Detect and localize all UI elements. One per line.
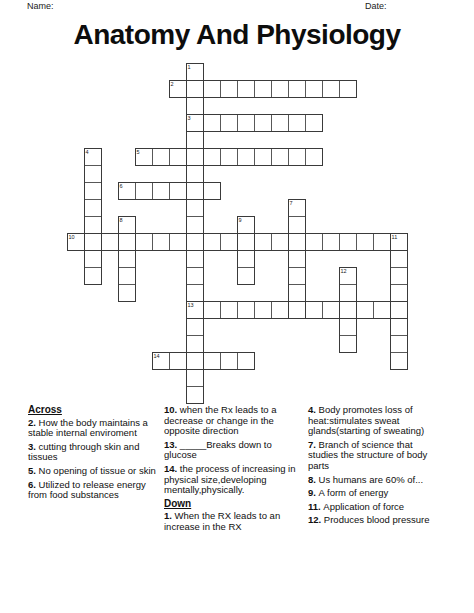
cell-number-11: 11 [392, 234, 398, 240]
grid-cell-r1c8[interactable] [203, 80, 221, 98]
grid-cell-r1c16[interactable] [339, 80, 357, 98]
grid-cell-r17c8[interactable] [203, 352, 221, 370]
grid-cell-r9c13[interactable] [288, 216, 306, 234]
worksheet-page: Name: Date: Anatomy And Physiology 12345… [0, 0, 474, 613]
cell-number-2: 2 [171, 81, 174, 87]
grid-cell-r6c7[interactable] [186, 165, 204, 183]
grid-cell-r14c13[interactable] [288, 301, 306, 319]
grid-cell-r11c1[interactable] [84, 250, 102, 268]
grid-cell-r6c1[interactable] [84, 165, 102, 183]
clue-down-11: 11. Application of force [308, 502, 438, 513]
grid-cell-r9c7[interactable] [186, 216, 204, 234]
grid-cell-r2c7[interactable] [186, 97, 204, 115]
grid-cell-r14c10[interactable] [237, 301, 255, 319]
grid-cell-r10c4[interactable] [135, 233, 153, 251]
grid-cell-r13c19[interactable] [390, 284, 408, 302]
grid-cell-r15c16[interactable] [339, 318, 357, 336]
across-header: Across [28, 405, 158, 416]
grid-cell-r3c11[interactable] [254, 114, 272, 132]
grid-cell-r10c15[interactable] [322, 233, 340, 251]
clue-across-2: 2. How the body maintains a stable inter… [28, 418, 158, 439]
grid-cell-r8c1[interactable] [84, 199, 102, 217]
grid-cell-r16c7[interactable] [186, 335, 204, 353]
grid-cell-r10c17[interactable] [356, 233, 374, 251]
cell-number-1: 1 [188, 64, 191, 70]
grid-cell-r11c7[interactable] [186, 250, 204, 268]
grid-cell-r13c3[interactable] [118, 284, 136, 302]
grid-cell-r10c9[interactable] [220, 233, 238, 251]
grid-cell-r1c7[interactable] [186, 80, 204, 98]
grid-cell-r8c7[interactable] [186, 199, 204, 217]
clue-across-14: 14. the process of increasing in physica… [164, 464, 301, 496]
grid-cell-r13c7[interactable] [186, 284, 204, 302]
grid-cell-r17c6[interactable] [169, 352, 187, 370]
grid-cell-r10c2[interactable] [101, 233, 119, 251]
grid-cell-r12c3[interactable] [118, 267, 136, 285]
grid-cell-r1c10[interactable] [237, 80, 255, 98]
clue-down-12: 12. Produces blood pressure [308, 515, 438, 526]
grid-cell-r15c19[interactable] [390, 318, 408, 336]
grid-cell-r11c19[interactable] [390, 250, 408, 268]
grid-cell-r5c13[interactable] [288, 148, 306, 166]
grid-cell-r4c7[interactable] [186, 131, 204, 149]
clue-across-13: 13. _____Breaks down to glucose [164, 440, 301, 461]
cell-number-10: 10 [69, 234, 75, 240]
grid-cell-r13c13[interactable] [288, 284, 306, 302]
grid-cell-r12c10[interactable] [237, 267, 255, 285]
grid-cell-r7c4[interactable] [135, 182, 153, 200]
grid-cell-r14c18[interactable] [373, 301, 391, 319]
grid-cell-r14c12[interactable] [271, 301, 289, 319]
clue-down-1: 1. When the RX leads to an increase in t… [164, 511, 301, 532]
clue-column-3: 4. Body promotes loss of heat:stimulates… [308, 405, 438, 529]
cell-number-5: 5 [137, 149, 140, 155]
grid-cell-r1c15[interactable] [322, 80, 340, 98]
cell-number-8: 8 [120, 217, 123, 223]
grid-cell-r17c10[interactable] [237, 352, 255, 370]
grid-cell-r14c14[interactable] [305, 301, 323, 319]
grid-cell-r5c12[interactable] [271, 148, 289, 166]
grid-cell-r7c8[interactable] [203, 182, 221, 200]
grid-cell-r15c7[interactable] [186, 318, 204, 336]
clue-across-5: 5. No opening of tissue or skin [28, 466, 158, 477]
grid-cell-r3c14[interactable] [305, 114, 323, 132]
grid-cell-r12c1[interactable] [84, 267, 102, 285]
cell-number-14: 14 [154, 353, 160, 359]
grid-cell-r5c5[interactable] [152, 148, 170, 166]
grid-cell-r11c13[interactable] [288, 250, 306, 268]
name-label: Name: [27, 1, 54, 11]
grid-cell-r14c16[interactable] [339, 301, 357, 319]
grid-cell-r10c8[interactable] [203, 233, 221, 251]
grid-cell-r5c7[interactable] [186, 148, 204, 166]
grid-cell-r16c19[interactable] [390, 335, 408, 353]
grid-cell-r10c18[interactable] [373, 233, 391, 251]
grid-cell-r5c8[interactable] [203, 148, 221, 166]
grid-cell-r5c11[interactable] [254, 148, 272, 166]
grid-cell-r19c7[interactable] [186, 386, 204, 404]
grid-cell-r5c6[interactable] [169, 148, 187, 166]
grid-cell-r11c3[interactable] [118, 250, 136, 268]
clue-down-9: 9. A form of energy [308, 488, 438, 499]
cell-number-6: 6 [120, 183, 123, 189]
grid-cell-r1c9[interactable] [220, 80, 238, 98]
grid-cell-r17c7[interactable] [186, 352, 204, 370]
clue-across-10: 10. when the Rx leads to a decrease or c… [164, 405, 301, 437]
crossword-grid: 1234567891011121314 [67, 63, 409, 405]
grid-cell-r10c11[interactable] [254, 233, 272, 251]
cell-number-3: 3 [188, 115, 191, 121]
cell-number-13: 13 [188, 302, 194, 308]
grid-cell-r7c7[interactable] [186, 182, 204, 200]
grid-cell-r1c12[interactable] [271, 80, 289, 98]
clue-across-3: 3. cutting through skin and tissues [28, 442, 158, 463]
clue-down-8: 8. Us humans are 60% of... [308, 475, 438, 486]
grid-cell-r3c13[interactable] [288, 114, 306, 132]
grid-cell-r11c10[interactable] [237, 250, 255, 268]
down-header: Down [164, 499, 301, 510]
grid-cell-r14c15[interactable] [322, 301, 340, 319]
date-label: Date: [365, 1, 387, 11]
grid-cell-r10c13[interactable] [288, 233, 306, 251]
grid-cell-r17c9[interactable] [220, 352, 238, 370]
grid-cell-r14c9[interactable] [220, 301, 238, 319]
grid-cell-r17c19[interactable] [390, 352, 408, 370]
grid-cell-r10c10[interactable] [237, 233, 255, 251]
grid-cell-r3c10[interactable] [237, 114, 255, 132]
cell-number-9: 9 [239, 217, 242, 223]
grid-cell-r14c11[interactable] [254, 301, 272, 319]
grid-cell-r10c7[interactable] [186, 233, 204, 251]
grid-cell-r16c16[interactable] [339, 335, 357, 353]
grid-cell-r5c14[interactable] [305, 148, 323, 166]
clue-down-4: 4. Body promotes loss of heat:stimulates… [308, 405, 438, 437]
cell-number-7: 7 [290, 200, 293, 206]
grid-cell-r10c14[interactable] [305, 233, 323, 251]
page-title: Anatomy And Physiology [0, 19, 474, 51]
grid-cell-r10c3[interactable] [118, 233, 136, 251]
grid-cell-r1c14[interactable] [305, 80, 323, 98]
grid-cell-r7c1[interactable] [84, 182, 102, 200]
grid-cell-r14c19[interactable] [390, 301, 408, 319]
grid-cell-r1c11[interactable] [254, 80, 272, 98]
cell-number-12: 12 [341, 268, 347, 274]
grid-cell-r10c12[interactable] [271, 233, 289, 251]
clue-down-7: 7. Branch of science that studies the st… [308, 440, 438, 472]
grid-cell-r3c8[interactable] [203, 114, 221, 132]
clue-column-2: 10. when the Rx leads to a decrease or c… [164, 405, 301, 536]
grid-cell-r5c10[interactable] [237, 148, 255, 166]
grid-cell-r13c16[interactable] [339, 284, 357, 302]
grid-cell-r14c8[interactable] [203, 301, 221, 319]
grid-cell-r3c9[interactable] [220, 114, 238, 132]
grid-cell-r7c6[interactable] [169, 182, 187, 200]
grid-cell-r12c19[interactable] [390, 267, 408, 285]
grid-cell-r12c13[interactable] [288, 267, 306, 285]
grid-cell-r14c17[interactable] [356, 301, 374, 319]
clue-across-6: 6. Utilized to release energy from food … [28, 480, 158, 501]
grid-cell-r12c7[interactable] [186, 267, 204, 285]
clue-column-1: Across2. How the body maintains a stable… [28, 405, 158, 504]
grid-cell-r3c12[interactable] [271, 114, 289, 132]
grid-cell-r10c1[interactable] [84, 233, 102, 251]
grid-cell-r5c9[interactable] [220, 148, 238, 166]
grid-cell-r10c5[interactable] [152, 233, 170, 251]
cell-number-4: 4 [86, 149, 89, 155]
grid-cell-r10c16[interactable] [339, 233, 357, 251]
grid-cell-r18c7[interactable] [186, 369, 204, 387]
grid-cell-r7c5[interactable] [152, 182, 170, 200]
grid-cell-r1c13[interactable] [288, 80, 306, 98]
grid-cell-r10c6[interactable] [169, 233, 187, 251]
grid-cell-r9c1[interactable] [84, 216, 102, 234]
